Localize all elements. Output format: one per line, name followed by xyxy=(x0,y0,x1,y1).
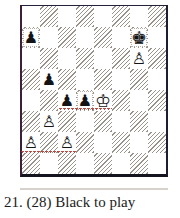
square-e2 xyxy=(94,132,112,153)
white-pawn: ♙ xyxy=(42,113,56,129)
square-f1 xyxy=(112,153,130,174)
square-d1 xyxy=(76,153,94,174)
white-pawn: ♙ xyxy=(132,50,146,66)
square-e3 xyxy=(94,111,112,132)
square-h8 xyxy=(148,6,166,27)
square-f6 xyxy=(112,48,130,69)
black-pawn: ♟ xyxy=(60,92,74,108)
white-pawn: ♙ xyxy=(60,134,74,150)
square-f3 xyxy=(112,111,130,132)
square-e6 xyxy=(94,48,112,69)
square-a1 xyxy=(22,153,40,174)
square-e7 xyxy=(94,27,112,48)
square-f2 xyxy=(112,132,130,153)
black-pawn: ♟ xyxy=(24,29,38,45)
square-h2 xyxy=(148,132,166,153)
square-b1 xyxy=(40,153,58,174)
square-b3: ♙ xyxy=(40,111,58,132)
board-shadow-line xyxy=(20,188,168,190)
square-a4 xyxy=(22,90,40,111)
square-c2: ♙ xyxy=(58,132,76,153)
square-c4: ♟ xyxy=(58,90,76,111)
square-h4 xyxy=(148,90,166,111)
square-h7 xyxy=(148,27,166,48)
black-king: ♚ xyxy=(131,28,147,46)
square-h3 xyxy=(148,111,166,132)
white-king: ♔ xyxy=(95,91,111,109)
square-b6 xyxy=(40,48,58,69)
square-d5 xyxy=(76,69,94,90)
spellcheck-squiggle xyxy=(20,151,77,155)
square-c3 xyxy=(58,111,76,132)
square-a6 xyxy=(22,48,40,69)
square-c1 xyxy=(58,153,76,174)
square-b5: ♟ xyxy=(40,69,58,90)
square-d6 xyxy=(76,48,94,69)
square-b7 xyxy=(40,27,58,48)
square-a8 xyxy=(22,6,40,27)
square-c5 xyxy=(58,69,76,90)
square-d8 xyxy=(76,6,94,27)
square-e1 xyxy=(94,153,112,174)
square-a2: ♙ xyxy=(22,132,40,153)
square-g5 xyxy=(130,69,148,90)
square-g8 xyxy=(130,6,148,27)
square-h1 xyxy=(148,153,166,174)
square-c7 xyxy=(58,27,76,48)
square-d7 xyxy=(76,27,94,48)
square-a5 xyxy=(22,69,40,90)
square-g6: ♙ xyxy=(130,48,148,69)
square-b2 xyxy=(40,132,58,153)
square-g2 xyxy=(130,132,148,153)
square-g1 xyxy=(130,153,148,174)
square-g3 xyxy=(130,111,148,132)
black-pawn: ♟ xyxy=(78,92,92,108)
square-c6 xyxy=(58,48,76,69)
square-f8 xyxy=(112,6,130,27)
square-g4 xyxy=(130,90,148,111)
square-f5 xyxy=(112,69,130,90)
square-e4: ♔ xyxy=(94,90,112,111)
white-pawn: ♙ xyxy=(24,134,38,150)
square-f7 xyxy=(112,27,130,48)
square-b8 xyxy=(40,6,58,27)
square-h6 xyxy=(148,48,166,69)
square-c8 xyxy=(58,6,76,27)
square-e5 xyxy=(94,69,112,90)
square-d2 xyxy=(76,132,94,153)
square-h5 xyxy=(148,69,166,90)
square-a7: ♟ xyxy=(22,27,40,48)
square-d4: ♟ xyxy=(76,90,94,111)
chess-board: ♟♚♙♟♟♟♔♙♙♙ xyxy=(22,6,166,174)
document-page: ♟♚♙♟♟♟♔♙♙♙ 21. (28) Black to play xyxy=(0,0,180,218)
black-pawn: ♟ xyxy=(42,71,56,87)
square-b4 xyxy=(40,90,58,111)
square-d3 xyxy=(76,111,94,132)
puzzle-caption: 21. (28) Black to play xyxy=(4,194,135,211)
square-a3 xyxy=(22,111,40,132)
square-f4 xyxy=(112,90,130,111)
square-g7: ♚ xyxy=(130,27,148,48)
square-e8 xyxy=(94,6,112,27)
